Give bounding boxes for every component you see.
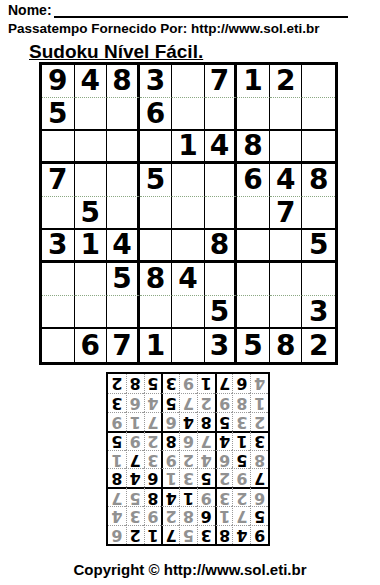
cell-r6c2: 1 [75, 230, 108, 263]
cell-r6c3: 4 [107, 230, 140, 263]
sudoku-board: 948371256148756485731485584536713582 [39, 62, 338, 365]
cell-r9c2: 6 [75, 329, 108, 362]
solution-cell-r1c1: 9 [250, 525, 268, 544]
cell-r6c7[interactable] [237, 230, 270, 263]
cell-r9c8: 8 [270, 329, 303, 362]
solution-cell-r7c4: 8 [197, 412, 215, 431]
solution-cell-r3c4: 9 [197, 487, 215, 506]
cell-r1c2: 4 [75, 65, 108, 98]
cell-r7c2[interactable] [75, 263, 108, 296]
solution-cell-r2c5: 8 [179, 506, 197, 525]
solution-cell-r7c6: 6 [161, 412, 179, 431]
solution-cell-r1c2: 4 [232, 525, 250, 544]
cell-r8c6: 5 [205, 296, 238, 329]
solution-cell-r5c5: 2 [179, 450, 197, 469]
cell-r3c7: 8 [237, 131, 270, 164]
cell-r6c6: 8 [205, 230, 238, 263]
solution-cell-r9c2: 6 [232, 374, 250, 393]
solution-cell-r4c3: 2 [215, 468, 233, 487]
cell-r2c2[interactable] [75, 98, 108, 131]
solution-cell-r9c8: 8 [126, 374, 144, 393]
solution-cell-r1c3: 8 [215, 525, 233, 544]
solution-cell-r3c3: 3 [215, 487, 233, 506]
solution-cell-r3c9: 7 [108, 487, 126, 506]
solution-cell-r8c2: 8 [232, 393, 250, 412]
solution-cell-r4c8: 4 [126, 468, 144, 487]
solution-cell-r6c7: 2 [144, 431, 162, 450]
solution-cell-r3c1: 6 [250, 487, 268, 506]
solution-cell-r5c4: 4 [197, 450, 215, 469]
cell-r1c8: 2 [270, 65, 303, 98]
solution-cell-r3c5: 1 [179, 487, 197, 506]
cell-r9c9: 2 [302, 329, 335, 362]
cell-r5c7[interactable] [237, 197, 270, 230]
solution-cell-r4c9: 8 [108, 468, 126, 487]
solution-cell-r9c6: 3 [161, 374, 179, 393]
solution-cell-r5c2: 5 [232, 450, 250, 469]
solution-cell-r5c9: 1 [108, 450, 126, 469]
cell-r4c6[interactable] [205, 164, 238, 197]
cell-r3c4[interactable] [140, 131, 173, 164]
solution-cell-r2c8: 3 [126, 506, 144, 525]
cell-r5c5[interactable] [172, 197, 205, 230]
solution-cell-r2c3: 1 [215, 506, 233, 525]
solution-cell-r6c8: 9 [126, 431, 144, 450]
solution-cell-r4c2: 9 [232, 468, 250, 487]
solution-cell-r2c9: 4 [108, 506, 126, 525]
solution-cell-r2c4: 6 [197, 506, 215, 525]
copyright-text: Copyright © http://www.sol.eti.br [0, 561, 380, 578]
solution-cell-r8c1: 1 [250, 393, 268, 412]
solution-cell-r7c7: 7 [144, 412, 162, 431]
solution-cell-r8c6: 5 [161, 393, 179, 412]
cell-r9c5[interactable] [172, 329, 205, 362]
page-title: Sudoku Nível Fácil. [29, 41, 203, 63]
solution-cell-r1c9: 6 [108, 525, 126, 544]
solution-cell-r3c2: 2 [232, 487, 250, 506]
cell-r8c9: 3 [302, 296, 335, 329]
solution-cell-r8c8: 6 [126, 393, 144, 412]
cell-r4c8: 4 [270, 164, 303, 197]
cell-r7c3: 5 [107, 263, 140, 296]
solution-cell-r1c4: 3 [197, 525, 215, 544]
cell-r2c9[interactable] [302, 98, 335, 131]
cell-r9c4: 1 [140, 329, 173, 362]
solution-cell-r9c5: 9 [179, 374, 197, 393]
cell-r8c1[interactable] [42, 296, 75, 329]
cell-r4c3[interactable] [107, 164, 140, 197]
solution-cell-r2c2: 7 [232, 506, 250, 525]
solution-cell-r4c5: 3 [179, 468, 197, 487]
solution-cell-r1c6: 7 [161, 525, 179, 544]
solution-cell-r1c7: 1 [144, 525, 162, 544]
solution-cell-r5c6: 9 [161, 450, 179, 469]
solution-cell-r5c1: 8 [250, 450, 268, 469]
solution-cell-r7c3: 5 [215, 412, 233, 431]
solution-cell-r7c1: 2 [250, 412, 268, 431]
cell-r4c5[interactable] [172, 164, 205, 197]
solution-cell-r1c5: 5 [179, 525, 197, 544]
solution-cell-r9c3: 7 [215, 374, 233, 393]
cell-r8c2[interactable] [75, 296, 108, 329]
solution-cell-r3c8: 5 [126, 487, 144, 506]
sudoku-worksheet-page: Nome: Passatempo Fornecido Por: http://w… [0, 0, 380, 585]
cell-r7c9[interactable] [302, 263, 335, 296]
cell-r1c7: 1 [237, 65, 270, 98]
solution-cell-r6c6: 8 [161, 431, 179, 450]
cell-r2c1: 5 [42, 98, 75, 131]
solution-cell-r4c6: 1 [161, 468, 179, 487]
cell-r5c8: 7 [270, 197, 303, 230]
solution-cell-r6c9: 5 [108, 431, 126, 450]
solution-cell-r1c8: 2 [126, 525, 144, 544]
cell-r4c7: 6 [237, 164, 270, 197]
cell-r7c8[interactable] [270, 263, 303, 296]
cell-r7c5: 4 [172, 263, 205, 296]
solution-cell-r8c4: 2 [197, 393, 215, 412]
cell-r1c9[interactable] [302, 65, 335, 98]
solution-cell-r2c7: 9 [144, 506, 162, 525]
cell-r3c6: 4 [205, 131, 238, 164]
cell-r8c7[interactable] [237, 296, 270, 329]
solution-cell-r2c6: 2 [161, 506, 179, 525]
cell-r8c5[interactable] [172, 296, 205, 329]
cell-r2c5[interactable] [172, 98, 205, 131]
cell-r7c4: 8 [140, 263, 173, 296]
cell-r6c5[interactable] [172, 230, 205, 263]
solution-board-rotated: 9483571265716829346239148577925316488564… [106, 372, 270, 546]
cell-r9c6: 3 [205, 329, 238, 362]
solution-cell-r8c3: 9 [215, 393, 233, 412]
cell-r1c5[interactable] [172, 65, 205, 98]
cell-r6c4[interactable] [140, 230, 173, 263]
cell-r8c3[interactable] [107, 296, 140, 329]
cell-r5c1[interactable] [42, 197, 75, 230]
cell-r2c7[interactable] [237, 98, 270, 131]
solution-cell-r8c5: 7 [179, 393, 197, 412]
solution-cell-r6c4: 7 [197, 431, 215, 450]
provided-by-text: Passatempo Fornecido Por: http://www.sol… [8, 21, 320, 36]
solution-cell-r7c2: 3 [232, 412, 250, 431]
cell-r3c8[interactable] [270, 131, 303, 164]
name-label: Nome: [8, 2, 52, 18]
solution-cell-r6c2: 1 [232, 431, 250, 450]
solution-cell-r5c8: 7 [126, 450, 144, 469]
cell-r4c4: 5 [140, 164, 173, 197]
cell-r3c9[interactable] [302, 131, 335, 164]
solution-cell-r8c9: 3 [108, 393, 126, 412]
solution-cell-r4c4: 5 [197, 468, 215, 487]
cell-r9c3: 7 [107, 329, 140, 362]
cell-r3c2[interactable] [75, 131, 108, 164]
cell-r3c1[interactable] [42, 131, 75, 164]
cell-r4c9: 8 [302, 164, 335, 197]
cell-r6c8[interactable] [270, 230, 303, 263]
cell-r6c1: 3 [42, 230, 75, 263]
cell-r8c8[interactable] [270, 296, 303, 329]
solution-cell-r7c5: 4 [179, 412, 197, 431]
solution-cell-r9c1: 4 [250, 374, 268, 393]
cell-r5c4[interactable] [140, 197, 173, 230]
solution-cell-r4c7: 6 [144, 468, 162, 487]
cell-r5c2: 5 [75, 197, 108, 230]
cell-r9c7: 5 [237, 329, 270, 362]
cell-r2c3[interactable] [107, 98, 140, 131]
solution-cell-r2c1: 5 [250, 506, 268, 525]
solution-cell-r7c9: 9 [108, 412, 126, 431]
solution-cell-r9c7: 5 [144, 374, 162, 393]
cell-r5c9[interactable] [302, 197, 335, 230]
cell-r4c2[interactable] [75, 164, 108, 197]
cell-r7c1[interactable] [42, 263, 75, 296]
cell-r5c3[interactable] [107, 197, 140, 230]
cell-r6c9: 5 [302, 230, 335, 263]
cell-r7c6[interactable] [205, 263, 238, 296]
solution-cell-r3c7: 8 [144, 487, 162, 506]
solution-cell-r5c7: 3 [144, 450, 162, 469]
solution-cell-r8c7: 4 [144, 393, 162, 412]
solution-cell-r6c1: 3 [250, 431, 268, 450]
cell-r4c1: 7 [42, 164, 75, 197]
name-row: Nome: [8, 2, 348, 18]
cell-r1c4: 3 [140, 65, 173, 98]
cell-r2c4: 6 [140, 98, 173, 131]
solution-cell-r9c4: 1 [197, 374, 215, 393]
cell-r8c4[interactable] [140, 296, 173, 329]
solution-cell-r6c3: 4 [215, 431, 233, 450]
cell-r2c8[interactable] [270, 98, 303, 131]
solution-cell-r7c8: 1 [126, 412, 144, 431]
solution-cell-r4c1: 7 [250, 468, 268, 487]
cell-r5c6[interactable] [205, 197, 238, 230]
cell-r1c3: 8 [107, 65, 140, 98]
name-input-line[interactable] [54, 2, 348, 18]
cell-r1c6: 7 [205, 65, 238, 98]
cell-r7c7[interactable] [237, 263, 270, 296]
solution-cell-r6c5: 6 [179, 431, 197, 450]
solution-cell-r9c9: 2 [108, 374, 126, 393]
cell-r2c6[interactable] [205, 98, 238, 131]
cell-r3c5: 1 [172, 131, 205, 164]
cell-r9c1[interactable] [42, 329, 75, 362]
solution-cell-r5c3: 6 [215, 450, 233, 469]
cell-r3c3[interactable] [107, 131, 140, 164]
solution-cell-r3c6: 4 [161, 487, 179, 506]
cell-r1c1: 9 [42, 65, 75, 98]
